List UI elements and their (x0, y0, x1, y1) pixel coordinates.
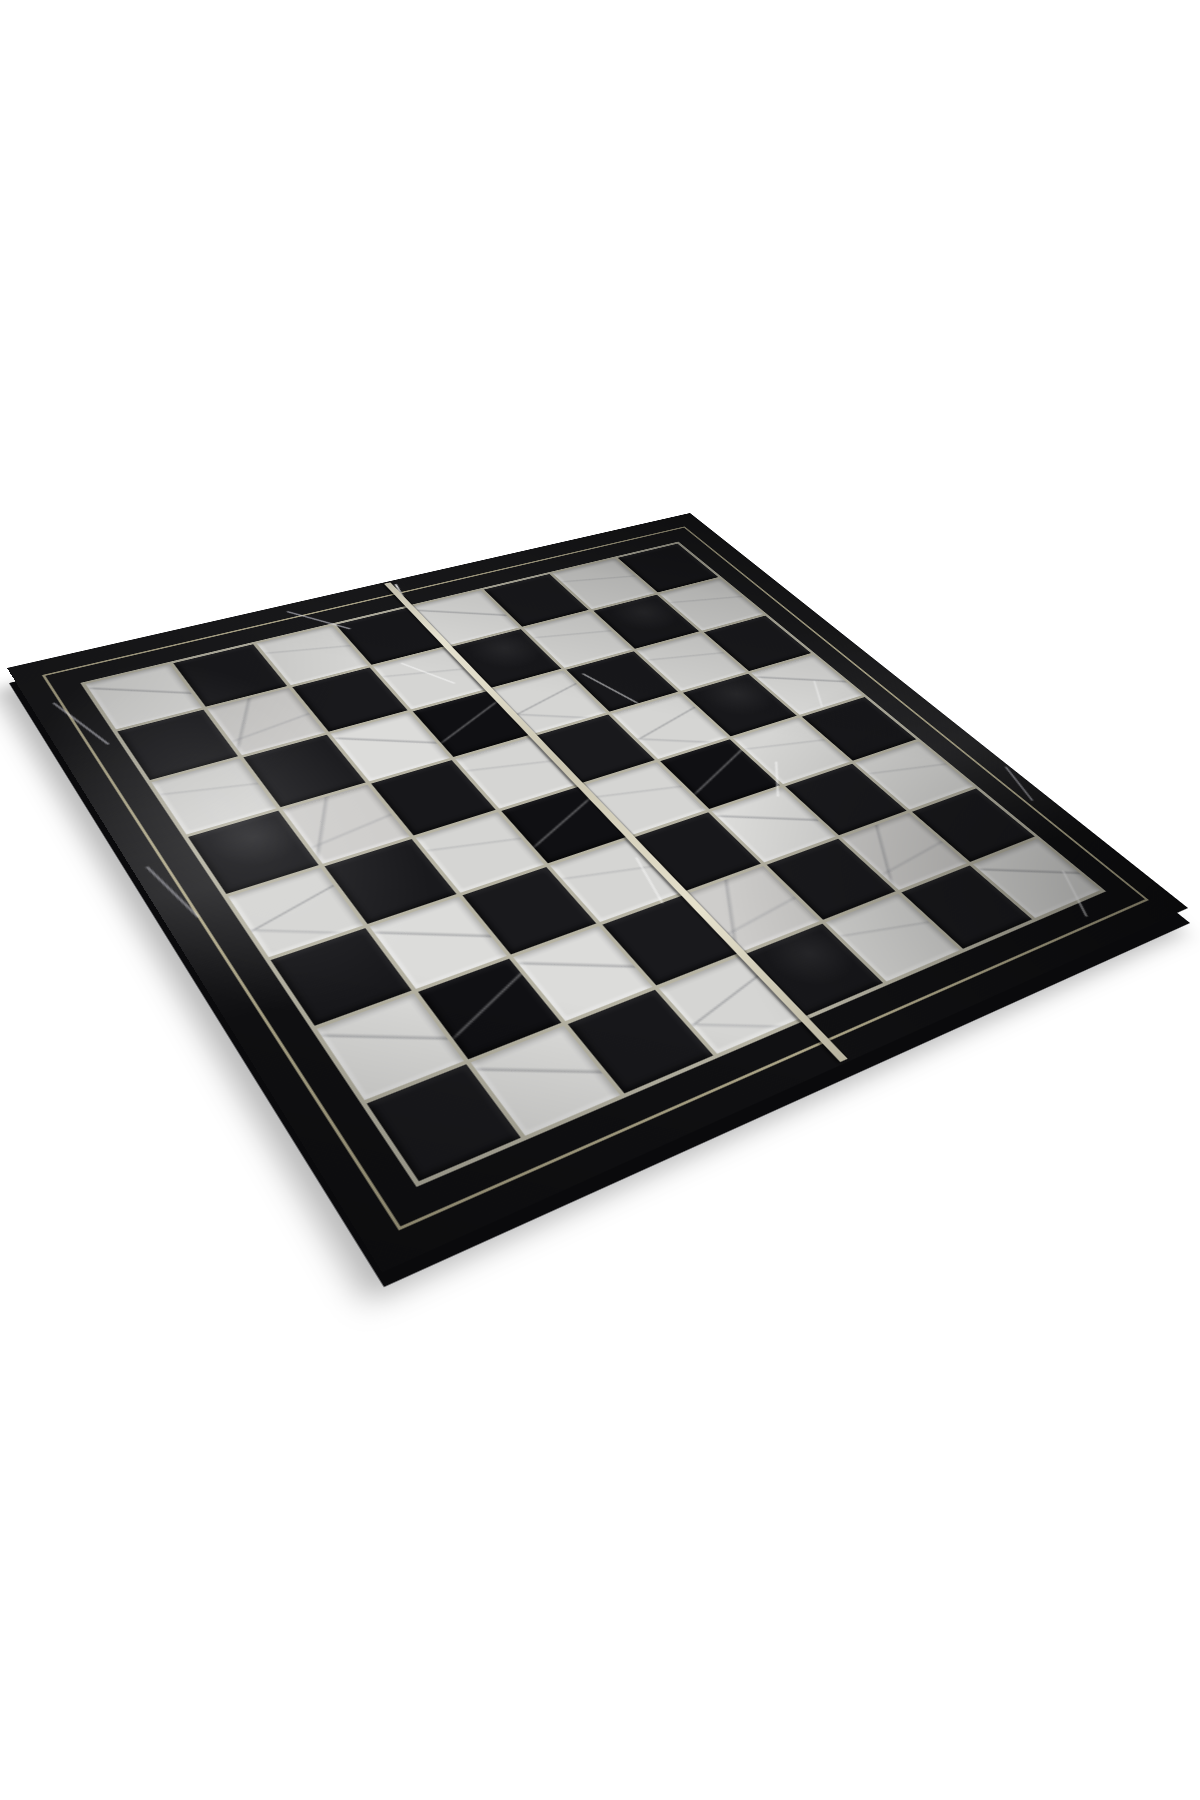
product-photo-canvas (0, 0, 1200, 1800)
marble-vein (813, 680, 823, 706)
marble-vein (1005, 766, 1034, 800)
marble-vein (775, 762, 779, 797)
marble-veins-layer (7, 513, 1188, 1272)
marble-vein (286, 611, 350, 629)
marble-vein (1062, 870, 1089, 917)
marble-vein (581, 673, 637, 703)
marble-vein (51, 702, 109, 745)
chessboard (7, 513, 1188, 1272)
marble-vein (400, 663, 456, 685)
